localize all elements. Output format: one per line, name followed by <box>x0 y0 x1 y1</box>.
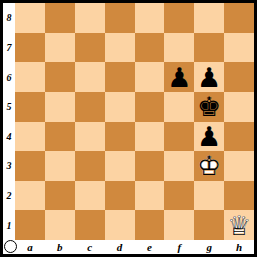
square-a6[interactable] <box>15 62 45 92</box>
square-g5[interactable]: ♚ <box>194 92 224 122</box>
square-e7[interactable] <box>135 33 165 63</box>
square-h8[interactable] <box>224 3 254 33</box>
square-f5[interactable] <box>164 92 194 122</box>
square-f6[interactable]: ♟ <box>164 62 194 92</box>
white-queen: ♛♕ <box>227 212 251 239</box>
square-b5[interactable] <box>45 92 75 122</box>
square-a5[interactable] <box>15 92 45 122</box>
square-h6[interactable] <box>224 62 254 92</box>
square-d1[interactable] <box>105 210 135 240</box>
square-c6[interactable] <box>75 62 105 92</box>
file-label-g: g <box>194 240 224 254</box>
square-c4[interactable] <box>75 122 105 152</box>
file-label-f: f <box>164 240 194 254</box>
file-label-e: e <box>135 240 165 254</box>
square-d3[interactable] <box>105 151 135 181</box>
square-e3[interactable] <box>135 151 165 181</box>
square-d6[interactable] <box>105 62 135 92</box>
rank-labels: 87654321 <box>3 3 15 240</box>
file-labels: abcdefgh <box>15 240 254 254</box>
black-king: ♚ <box>197 93 221 120</box>
square-f1[interactable] <box>164 210 194 240</box>
square-h3[interactable] <box>224 151 254 181</box>
square-a2[interactable] <box>15 181 45 211</box>
square-h4[interactable] <box>224 122 254 152</box>
square-e2[interactable] <box>135 181 165 211</box>
square-g2[interactable] <box>194 181 224 211</box>
square-f8[interactable] <box>164 3 194 33</box>
file-label-c: c <box>75 240 105 254</box>
square-b2[interactable] <box>45 181 75 211</box>
square-g8[interactable] <box>194 3 224 33</box>
chess-diagram: ♟♟♚♟♚♔♛♕ 87654321 abcdefgh <box>0 0 257 257</box>
square-b4[interactable] <box>45 122 75 152</box>
square-e8[interactable] <box>135 3 165 33</box>
square-e4[interactable] <box>135 122 165 152</box>
square-f2[interactable] <box>164 181 194 211</box>
file-label-b: b <box>45 240 75 254</box>
black-pawn: ♟ <box>167 64 191 91</box>
white-king-outline: ♔ <box>197 152 221 179</box>
rank-label-4: 4 <box>3 122 15 152</box>
square-c7[interactable] <box>75 33 105 63</box>
square-b3[interactable] <box>45 151 75 181</box>
square-b1[interactable] <box>45 210 75 240</box>
square-e1[interactable] <box>135 210 165 240</box>
square-b8[interactable] <box>45 3 75 33</box>
square-f4[interactable] <box>164 122 194 152</box>
white-king: ♚♔ <box>197 152 221 179</box>
square-h2[interactable] <box>224 181 254 211</box>
square-g3[interactable]: ♚♔ <box>194 151 224 181</box>
square-g1[interactable] <box>194 210 224 240</box>
square-h1[interactable]: ♛♕ <box>224 210 254 240</box>
square-d2[interactable] <box>105 181 135 211</box>
square-c2[interactable] <box>75 181 105 211</box>
square-c5[interactable] <box>75 92 105 122</box>
square-a8[interactable] <box>15 3 45 33</box>
white-queen-outline: ♕ <box>227 212 251 239</box>
square-f7[interactable] <box>164 33 194 63</box>
square-d7[interactable] <box>105 33 135 63</box>
square-c1[interactable] <box>75 210 105 240</box>
square-a4[interactable] <box>15 122 45 152</box>
rank-label-5: 5 <box>3 92 15 122</box>
file-label-h: h <box>224 240 254 254</box>
square-g6[interactable]: ♟ <box>194 62 224 92</box>
square-g4[interactable]: ♟ <box>194 122 224 152</box>
square-a1[interactable] <box>15 210 45 240</box>
rank-label-6: 6 <box>3 62 15 92</box>
square-d4[interactable] <box>105 122 135 152</box>
square-h7[interactable] <box>224 33 254 63</box>
square-c3[interactable] <box>75 151 105 181</box>
rank-label-2: 2 <box>3 181 15 211</box>
rank-label-7: 7 <box>3 33 15 63</box>
square-h5[interactable] <box>224 92 254 122</box>
square-f3[interactable] <box>164 151 194 181</box>
square-b6[interactable] <box>45 62 75 92</box>
square-a7[interactable] <box>15 33 45 63</box>
square-d5[interactable] <box>105 92 135 122</box>
board: ♟♟♚♟♚♔♛♕ <box>15 3 254 240</box>
file-label-d: d <box>105 240 135 254</box>
rank-label-1: 1 <box>3 210 15 240</box>
square-d8[interactable] <box>105 3 135 33</box>
square-c8[interactable] <box>75 3 105 33</box>
side-to-move-indicator <box>4 240 17 253</box>
square-a3[interactable] <box>15 151 45 181</box>
black-pawn: ♟ <box>197 123 221 150</box>
square-b7[interactable] <box>45 33 75 63</box>
file-label-a: a <box>15 240 45 254</box>
square-e6[interactable] <box>135 62 165 92</box>
rank-label-8: 8 <box>3 3 15 33</box>
square-g7[interactable] <box>194 33 224 63</box>
rank-label-3: 3 <box>3 151 15 181</box>
black-pawn: ♟ <box>197 64 221 91</box>
square-e5[interactable] <box>135 92 165 122</box>
